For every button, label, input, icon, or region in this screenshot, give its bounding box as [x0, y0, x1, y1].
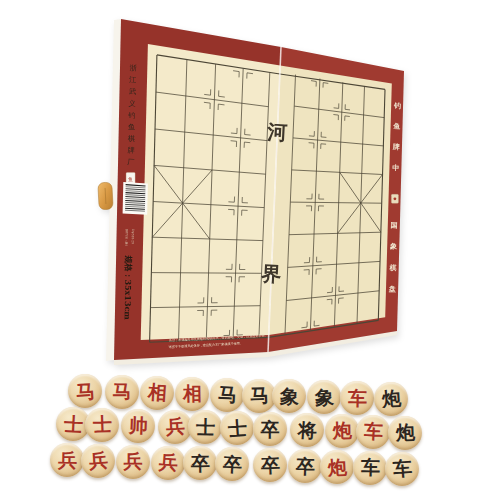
piece-red-士[interactable]: 士	[85, 408, 119, 442]
piece-black-士[interactable]: 士	[188, 410, 222, 444]
piece-black-炮[interactable]: 炮	[374, 382, 408, 416]
piece-character: 兵	[124, 452, 143, 471]
piece-character: 炮	[395, 423, 415, 443]
piece-red-马[interactable]: 马	[105, 375, 139, 409]
piece-black-炮[interactable]: 炮	[388, 416, 422, 450]
product-photo: 河界浙江武义钓鱼棋牌厂鱼B8716（象）DY010-20规格：35x13cm钓鱼…	[0, 0, 500, 500]
piece-red-兵[interactable]: 兵	[151, 446, 185, 480]
piece-red-马[interactable]: 马	[68, 374, 102, 408]
piece-black-卒[interactable]: 卒	[253, 448, 287, 482]
piece-character: 相	[147, 383, 167, 403]
piece-black-卒[interactable]: 卒	[288, 449, 322, 483]
piece-character: 卒	[222, 454, 242, 474]
piece-black-士[interactable]: 士	[220, 411, 254, 445]
piece-character: 帅	[128, 416, 148, 436]
piece-red-兵[interactable]: 兵	[158, 410, 192, 444]
piece-red-炮[interactable]: 炮	[320, 450, 354, 484]
piece-character: 士	[92, 415, 112, 435]
piece-black-象[interactable]: 象	[272, 379, 306, 413]
piece-character: 车	[363, 422, 383, 442]
piece-character: 兵	[158, 452, 178, 472]
piece-character: 卒	[261, 420, 280, 439]
piece-character: 马	[113, 382, 132, 401]
piece-character: 炮	[381, 389, 401, 409]
piece-character: 士	[195, 418, 214, 437]
piece-character: 马	[249, 386, 269, 406]
piece-black-卒[interactable]: 卒	[253, 412, 287, 446]
piece-character: 炮	[327, 457, 347, 477]
piece-character: 炮	[332, 421, 351, 440]
piece-character: 兵	[88, 451, 108, 471]
piece-character: 将	[297, 420, 317, 440]
piece-red-帅[interactable]: 帅	[121, 409, 155, 443]
piece-character: 卒	[260, 455, 280, 475]
piece-black-车[interactable]: 车	[385, 452, 419, 486]
piece-character: 车	[347, 388, 366, 407]
piece-red-相[interactable]: 相	[140, 376, 174, 410]
piece-red-炮[interactable]: 炮	[325, 414, 359, 448]
piece-character: 兵	[57, 450, 76, 469]
piece-black-卒[interactable]: 卒	[215, 447, 249, 481]
piece-red-相[interactable]: 相	[175, 377, 209, 411]
piece-character: 士	[227, 418, 247, 438]
piece-red-车[interactable]: 车	[356, 415, 390, 449]
piece-character: 兵	[165, 417, 185, 437]
piece-character: 卒	[295, 456, 315, 476]
piece-red-兵[interactable]: 兵	[81, 444, 115, 478]
piece-character: 相	[182, 384, 201, 403]
piece-black-卒[interactable]: 卒	[183, 446, 217, 480]
piece-character: 象	[279, 386, 299, 406]
piece-character: 卒	[190, 454, 209, 473]
piece-character: 象	[314, 387, 334, 407]
piece-character: 马	[217, 385, 237, 405]
piece-character: 车	[360, 458, 379, 477]
piece-black-将[interactable]: 将	[290, 413, 324, 447]
piece-red-车[interactable]: 车	[340, 381, 374, 415]
piece-black-象[interactable]: 象	[307, 380, 341, 414]
piece-black-车[interactable]: 车	[353, 451, 387, 485]
piece-character: 士	[63, 414, 83, 434]
piece-black-马[interactable]: 马	[210, 378, 244, 412]
piece-red-兵[interactable]: 兵	[116, 445, 150, 479]
piece-black-马[interactable]: 马	[242, 379, 276, 413]
piece-character: 车	[392, 459, 412, 479]
piece-tray: 马马相相马马象象车炮士士帅兵士士卒将炮车炮兵兵兵兵卒卒卒卒炮车车	[0, 0, 500, 500]
piece-red-兵[interactable]: 兵	[50, 443, 84, 477]
piece-character: 马	[75, 381, 95, 401]
